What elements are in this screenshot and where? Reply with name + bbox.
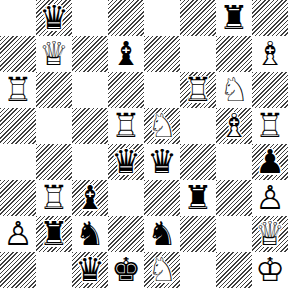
square-d7[interactable]: ♝♝ <box>108 36 144 72</box>
square-g1[interactable] <box>216 252 252 288</box>
square-f5[interactable] <box>180 108 216 144</box>
square-b8[interactable]: ♛♛ <box>36 0 72 36</box>
piece-halo: ♚ <box>108 252 144 288</box>
square-g7[interactable] <box>216 36 252 72</box>
piece-halo: ♜ <box>252 108 288 144</box>
square-f8[interactable] <box>180 0 216 36</box>
square-h8[interactable] <box>252 0 288 36</box>
square-f1[interactable] <box>180 252 216 288</box>
white-bishop-piece: ♗ <box>216 108 252 144</box>
piece-halo: ♛ <box>36 36 72 72</box>
square-a7[interactable] <box>0 36 36 72</box>
piece-halo: ♜ <box>216 0 252 36</box>
piece-halo: ♚ <box>252 252 288 288</box>
square-e8[interactable] <box>144 0 180 36</box>
black-knight-piece: ♞ <box>144 216 180 252</box>
square-h3[interactable]: ♟♙ <box>252 180 288 216</box>
square-c1[interactable]: ♛♛ <box>72 252 108 288</box>
piece-halo: ♛ <box>36 0 72 36</box>
square-d8[interactable] <box>108 0 144 36</box>
square-f2[interactable] <box>180 216 216 252</box>
white-knight-piece: ♘ <box>144 108 180 144</box>
piece-halo: ♛ <box>72 252 108 288</box>
black-bishop-piece: ♝ <box>72 180 108 216</box>
piece-halo: ♜ <box>180 72 216 108</box>
square-b6[interactable] <box>36 72 72 108</box>
piece-halo: ♜ <box>108 108 144 144</box>
piece-halo: ♝ <box>72 180 108 216</box>
piece-halo: ♜ <box>36 180 72 216</box>
square-b2[interactable]: ♜♜ <box>36 216 72 252</box>
white-rook-piece: ♖ <box>252 108 288 144</box>
piece-halo: ♜ <box>180 180 216 216</box>
square-h5[interactable]: ♜♖ <box>252 108 288 144</box>
square-e5[interactable]: ♞♘ <box>144 108 180 144</box>
black-rook-piece: ♜ <box>36 216 72 252</box>
piece-halo: ♞ <box>144 216 180 252</box>
white-pawn-piece: ♙ <box>0 216 36 252</box>
square-c3[interactable]: ♝♝ <box>72 180 108 216</box>
square-d4[interactable]: ♛♛ <box>108 144 144 180</box>
square-f7[interactable] <box>180 36 216 72</box>
piece-halo: ♝ <box>108 36 144 72</box>
square-f3[interactable]: ♜♜ <box>180 180 216 216</box>
square-h6[interactable] <box>252 72 288 108</box>
piece-halo: ♛ <box>144 144 180 180</box>
square-g4[interactable] <box>216 144 252 180</box>
white-rook-piece: ♖ <box>0 72 36 108</box>
black-pawn-piece: ♟ <box>252 144 288 180</box>
white-knight-piece: ♘ <box>144 252 180 288</box>
piece-halo: ♞ <box>216 72 252 108</box>
white-bishop-piece: ♗ <box>252 36 288 72</box>
piece-halo: ♛ <box>252 216 288 252</box>
square-e1[interactable]: ♞♘ <box>144 252 180 288</box>
white-queen-piece: ♕ <box>252 216 288 252</box>
square-c4[interactable] <box>72 144 108 180</box>
square-a3[interactable] <box>0 180 36 216</box>
chess-board: ♛♛♜♜♛♕♝♝♝♗♜♖♜♖♞♘♜♖♞♘♝♗♜♖♛♛♛♛♟♟♜♖♝♝♜♜♟♙♟♙… <box>0 0 288 288</box>
square-d5[interactable]: ♜♖ <box>108 108 144 144</box>
black-knight-piece: ♞ <box>72 216 108 252</box>
square-c5[interactable] <box>72 108 108 144</box>
square-g5[interactable]: ♝♗ <box>216 108 252 144</box>
white-rook-piece: ♖ <box>108 108 144 144</box>
square-d1[interactable]: ♚♚ <box>108 252 144 288</box>
square-h4[interactable]: ♟♟ <box>252 144 288 180</box>
square-b4[interactable] <box>36 144 72 180</box>
square-h1[interactable]: ♚♔ <box>252 252 288 288</box>
black-queen-piece: ♛ <box>108 144 144 180</box>
square-e3[interactable] <box>144 180 180 216</box>
white-king-piece: ♔ <box>252 252 288 288</box>
piece-halo: ♛ <box>108 144 144 180</box>
black-rook-piece: ♜ <box>180 180 216 216</box>
square-b1[interactable] <box>36 252 72 288</box>
square-b5[interactable] <box>36 108 72 144</box>
white-knight-piece: ♘ <box>216 72 252 108</box>
piece-halo: ♟ <box>252 180 288 216</box>
black-rook-piece: ♜ <box>216 0 252 36</box>
square-a2[interactable]: ♟♙ <box>0 216 36 252</box>
square-e2[interactable]: ♞♞ <box>144 216 180 252</box>
square-c2[interactable]: ♞♞ <box>72 216 108 252</box>
square-d2[interactable] <box>108 216 144 252</box>
square-c8[interactable] <box>72 0 108 36</box>
black-bishop-piece: ♝ <box>108 36 144 72</box>
black-king-piece: ♚ <box>108 252 144 288</box>
piece-halo: ♞ <box>72 216 108 252</box>
square-c7[interactable] <box>72 36 108 72</box>
piece-halo: ♝ <box>252 36 288 72</box>
square-f6[interactable]: ♜♖ <box>180 72 216 108</box>
square-e4[interactable]: ♛♛ <box>144 144 180 180</box>
white-pawn-piece: ♙ <box>252 180 288 216</box>
white-rook-piece: ♖ <box>180 72 216 108</box>
square-d6[interactable] <box>108 72 144 108</box>
piece-halo: ♝ <box>216 108 252 144</box>
square-b3[interactable]: ♜♖ <box>36 180 72 216</box>
piece-halo: ♞ <box>144 252 180 288</box>
square-g8[interactable]: ♜♜ <box>216 0 252 36</box>
square-d3[interactable] <box>108 180 144 216</box>
square-a5[interactable] <box>0 108 36 144</box>
square-e6[interactable] <box>144 72 180 108</box>
piece-halo: ♟ <box>0 216 36 252</box>
square-a8[interactable] <box>0 0 36 36</box>
square-c6[interactable] <box>72 72 108 108</box>
square-g3[interactable] <box>216 180 252 216</box>
black-queen-piece: ♛ <box>144 144 180 180</box>
piece-halo: ♟ <box>252 144 288 180</box>
black-queen-piece: ♛ <box>72 252 108 288</box>
white-rook-piece: ♖ <box>36 180 72 216</box>
square-g2[interactable] <box>216 216 252 252</box>
square-a4[interactable] <box>0 144 36 180</box>
square-a6[interactable]: ♜♖ <box>0 72 36 108</box>
square-a1[interactable] <box>0 252 36 288</box>
piece-halo: ♜ <box>36 216 72 252</box>
piece-halo: ♞ <box>144 108 180 144</box>
square-g6[interactable]: ♞♘ <box>216 72 252 108</box>
square-h2[interactable]: ♛♕ <box>252 216 288 252</box>
white-queen-piece: ♕ <box>36 36 72 72</box>
square-f4[interactable] <box>180 144 216 180</box>
piece-halo: ♜ <box>0 72 36 108</box>
square-e7[interactable] <box>144 36 180 72</box>
square-b7[interactable]: ♛♕ <box>36 36 72 72</box>
square-h7[interactable]: ♝♗ <box>252 36 288 72</box>
black-queen-piece: ♛ <box>36 0 72 36</box>
